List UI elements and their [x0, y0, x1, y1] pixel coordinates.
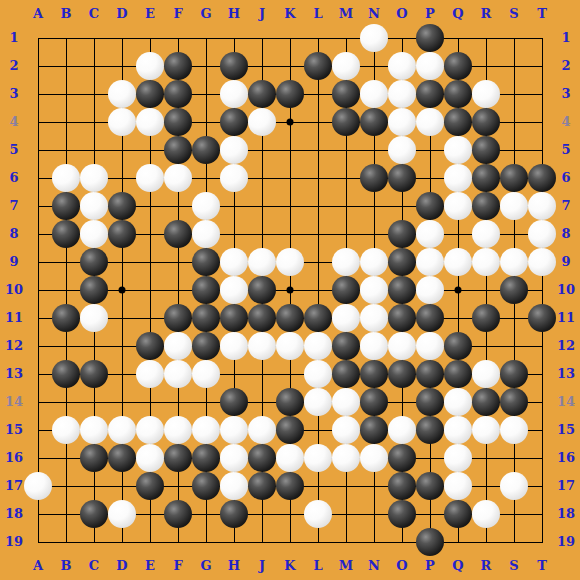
- black-stone-D8[interactable]: [108, 220, 136, 248]
- black-stone-R7[interactable]: [472, 192, 500, 220]
- black-stone-P3[interactable]: [416, 80, 444, 108]
- black-stone-K15[interactable]: [276, 416, 304, 444]
- black-stone-G9[interactable]: [192, 248, 220, 276]
- col-label-top-M: M: [335, 6, 357, 22]
- white-stone-M15[interactable]: [332, 416, 360, 444]
- white-stone-F6[interactable]: [164, 164, 192, 192]
- black-stone-K3[interactable]: [276, 80, 304, 108]
- white-stone-S15[interactable]: [500, 416, 528, 444]
- white-stone-N3[interactable]: [360, 80, 388, 108]
- row-label-right-19: 19: [555, 534, 577, 550]
- white-stone-S9[interactable]: [500, 248, 528, 276]
- white-stone-P8[interactable]: [416, 220, 444, 248]
- row-label-right-8: 8: [555, 226, 577, 242]
- row-label-left-17: 17: [3, 478, 25, 494]
- row-label-right-17: 17: [555, 478, 577, 494]
- white-stone-P12[interactable]: [416, 332, 444, 360]
- col-label-top-G: G: [195, 6, 217, 22]
- col-label-top-J: J: [251, 6, 273, 22]
- white-stone-G15[interactable]: [192, 416, 220, 444]
- white-stone-G13[interactable]: [192, 360, 220, 388]
- white-stone-O5[interactable]: [388, 136, 416, 164]
- white-stone-H12[interactable]: [220, 332, 248, 360]
- white-stone-S7[interactable]: [500, 192, 528, 220]
- white-stone-F13[interactable]: [164, 360, 192, 388]
- white-stone-G7[interactable]: [192, 192, 220, 220]
- black-stone-S13[interactable]: [500, 360, 528, 388]
- black-stone-P1[interactable]: [416, 24, 444, 52]
- white-stone-N16[interactable]: [360, 444, 388, 472]
- white-stone-L18[interactable]: [304, 500, 332, 528]
- black-stone-G17[interactable]: [192, 472, 220, 500]
- white-stone-Q16[interactable]: [444, 444, 472, 472]
- white-stone-O3[interactable]: [388, 80, 416, 108]
- black-stone-J3[interactable]: [248, 80, 276, 108]
- black-stone-T11[interactable]: [528, 304, 556, 332]
- black-stone-P11[interactable]: [416, 304, 444, 332]
- white-stone-H10[interactable]: [220, 276, 248, 304]
- black-stone-E12[interactable]: [136, 332, 164, 360]
- col-label-top-L: L: [307, 6, 329, 22]
- white-stone-H5[interactable]: [220, 136, 248, 164]
- black-stone-P19[interactable]: [416, 528, 444, 556]
- row-label-right-16: 16: [555, 450, 577, 466]
- white-stone-G8[interactable]: [192, 220, 220, 248]
- black-stone-G10[interactable]: [192, 276, 220, 304]
- white-stone-H17[interactable]: [220, 472, 248, 500]
- white-stone-T8[interactable]: [528, 220, 556, 248]
- black-stone-D16[interactable]: [108, 444, 136, 472]
- white-stone-D3[interactable]: [108, 80, 136, 108]
- white-stone-C6[interactable]: [80, 164, 108, 192]
- col-label-top-A: A: [27, 6, 49, 22]
- col-label-bottom-F: F: [167, 558, 189, 574]
- row-label-left-5: 5: [3, 142, 25, 158]
- black-stone-F18[interactable]: [164, 500, 192, 528]
- white-stone-Q9[interactable]: [444, 248, 472, 276]
- star-point-K4: [287, 119, 294, 126]
- black-stone-M3[interactable]: [332, 80, 360, 108]
- white-stone-Q6[interactable]: [444, 164, 472, 192]
- white-stone-D18[interactable]: [108, 500, 136, 528]
- black-stone-O9[interactable]: [388, 248, 416, 276]
- black-stone-G5[interactable]: [192, 136, 220, 164]
- white-stone-M11[interactable]: [332, 304, 360, 332]
- black-stone-O11[interactable]: [388, 304, 416, 332]
- row-label-right-14: 14: [555, 394, 577, 410]
- black-stone-N6[interactable]: [360, 164, 388, 192]
- white-stone-P9[interactable]: [416, 248, 444, 276]
- white-stone-F12[interactable]: [164, 332, 192, 360]
- white-stone-E6[interactable]: [136, 164, 164, 192]
- row-label-right-2: 2: [555, 58, 577, 74]
- black-stone-N14[interactable]: [360, 388, 388, 416]
- row-label-right-13: 13: [555, 366, 577, 382]
- row-label-left-19: 19: [3, 534, 25, 550]
- col-label-top-H: H: [223, 6, 245, 22]
- col-label-bottom-T: T: [531, 558, 553, 574]
- white-stone-N11[interactable]: [360, 304, 388, 332]
- black-stone-O8[interactable]: [388, 220, 416, 248]
- row-label-left-1: 1: [3, 30, 25, 46]
- white-stone-L14[interactable]: [304, 388, 332, 416]
- black-stone-K14[interactable]: [276, 388, 304, 416]
- white-stone-C15[interactable]: [80, 416, 108, 444]
- black-stone-R11[interactable]: [472, 304, 500, 332]
- white-stone-O4[interactable]: [388, 108, 416, 136]
- black-stone-B11[interactable]: [52, 304, 80, 332]
- white-stone-O15[interactable]: [388, 416, 416, 444]
- white-stone-B15[interactable]: [52, 416, 80, 444]
- col-label-bottom-E: E: [139, 558, 161, 574]
- col-label-top-P: P: [419, 6, 441, 22]
- black-stone-C10[interactable]: [80, 276, 108, 304]
- col-label-top-D: D: [111, 6, 133, 22]
- row-label-right-1: 1: [555, 30, 577, 46]
- star-point-Q10: [455, 287, 462, 294]
- black-stone-F11[interactable]: [164, 304, 192, 332]
- black-stone-O17[interactable]: [388, 472, 416, 500]
- black-stone-F8[interactable]: [164, 220, 192, 248]
- black-stone-J17[interactable]: [248, 472, 276, 500]
- black-stone-M12[interactable]: [332, 332, 360, 360]
- white-stone-H9[interactable]: [220, 248, 248, 276]
- row-label-left-10: 10: [3, 282, 25, 298]
- col-label-bottom-B: B: [55, 558, 77, 574]
- col-label-top-T: T: [531, 6, 553, 22]
- white-stone-D15[interactable]: [108, 416, 136, 444]
- black-stone-Q2[interactable]: [444, 52, 472, 80]
- col-label-top-K: K: [279, 6, 301, 22]
- black-stone-N4[interactable]: [360, 108, 388, 136]
- row-label-right-3: 3: [555, 86, 577, 102]
- white-stone-N10[interactable]: [360, 276, 388, 304]
- row-label-right-7: 7: [555, 198, 577, 214]
- row-label-right-10: 10: [555, 282, 577, 298]
- col-label-bottom-H: H: [223, 558, 245, 574]
- col-label-top-Q: Q: [447, 6, 469, 22]
- white-stone-H3[interactable]: [220, 80, 248, 108]
- star-point-K10: [287, 287, 294, 294]
- black-stone-C16[interactable]: [80, 444, 108, 472]
- row-label-left-11: 11: [3, 310, 25, 326]
- black-stone-R4[interactable]: [472, 108, 500, 136]
- col-label-top-F: F: [167, 6, 189, 22]
- white-stone-J15[interactable]: [248, 416, 276, 444]
- black-stone-J10[interactable]: [248, 276, 276, 304]
- black-stone-B13[interactable]: [52, 360, 80, 388]
- black-stone-H14[interactable]: [220, 388, 248, 416]
- col-label-top-E: E: [139, 6, 161, 22]
- col-label-top-S: S: [503, 6, 525, 22]
- black-stone-M13[interactable]: [332, 360, 360, 388]
- white-stone-Q7[interactable]: [444, 192, 472, 220]
- black-stone-G12[interactable]: [192, 332, 220, 360]
- black-stone-L11[interactable]: [304, 304, 332, 332]
- black-stone-E3[interactable]: [136, 80, 164, 108]
- row-label-right-18: 18: [555, 506, 577, 522]
- black-stone-F2[interactable]: [164, 52, 192, 80]
- black-stone-S14[interactable]: [500, 388, 528, 416]
- white-stone-E16[interactable]: [136, 444, 164, 472]
- black-stone-J16[interactable]: [248, 444, 276, 472]
- white-stone-L12[interactable]: [304, 332, 332, 360]
- white-stone-E2[interactable]: [136, 52, 164, 80]
- white-stone-R8[interactable]: [472, 220, 500, 248]
- white-stone-J12[interactable]: [248, 332, 276, 360]
- row-label-right-11: 11: [555, 310, 577, 326]
- black-stone-T6[interactable]: [528, 164, 556, 192]
- col-label-bottom-G: G: [195, 558, 217, 574]
- col-label-bottom-O: O: [391, 558, 413, 574]
- col-label-bottom-P: P: [419, 558, 441, 574]
- black-stone-S10[interactable]: [500, 276, 528, 304]
- black-stone-O6[interactable]: [388, 164, 416, 192]
- white-stone-D4[interactable]: [108, 108, 136, 136]
- row-label-left-9: 9: [3, 254, 25, 270]
- white-stone-H6[interactable]: [220, 164, 248, 192]
- white-stone-L16[interactable]: [304, 444, 332, 472]
- col-label-bottom-A: A: [27, 558, 49, 574]
- col-label-bottom-Q: Q: [447, 558, 469, 574]
- white-stone-A17[interactable]: [24, 472, 52, 500]
- white-stone-E4[interactable]: [136, 108, 164, 136]
- black-stone-B7[interactable]: [52, 192, 80, 220]
- black-stone-O13[interactable]: [388, 360, 416, 388]
- white-stone-R15[interactable]: [472, 416, 500, 444]
- black-stone-N13[interactable]: [360, 360, 388, 388]
- black-stone-M4[interactable]: [332, 108, 360, 136]
- black-stone-F16[interactable]: [164, 444, 192, 472]
- row-label-right-9: 9: [555, 254, 577, 270]
- white-stone-M9[interactable]: [332, 248, 360, 276]
- black-stone-H2[interactable]: [220, 52, 248, 80]
- row-label-left-8: 8: [3, 226, 25, 242]
- white-stone-C7[interactable]: [80, 192, 108, 220]
- white-stone-R3[interactable]: [472, 80, 500, 108]
- col-label-top-B: B: [55, 6, 77, 22]
- col-label-bottom-M: M: [335, 558, 357, 574]
- black-stone-P7[interactable]: [416, 192, 444, 220]
- black-stone-K17[interactable]: [276, 472, 304, 500]
- row-label-left-3: 3: [3, 86, 25, 102]
- black-stone-O10[interactable]: [388, 276, 416, 304]
- white-stone-R9[interactable]: [472, 248, 500, 276]
- row-label-left-15: 15: [3, 422, 25, 438]
- row-label-right-15: 15: [555, 422, 577, 438]
- col-label-bottom-L: L: [307, 558, 329, 574]
- black-stone-C18[interactable]: [80, 500, 108, 528]
- col-label-bottom-R: R: [475, 558, 497, 574]
- row-label-left-4: 4: [3, 114, 25, 130]
- col-label-top-N: N: [363, 6, 385, 22]
- black-stone-P14[interactable]: [416, 388, 444, 416]
- col-label-bottom-N: N: [363, 558, 385, 574]
- row-label-left-12: 12: [3, 338, 25, 354]
- black-stone-C13[interactable]: [80, 360, 108, 388]
- white-stone-R13[interactable]: [472, 360, 500, 388]
- white-stone-T9[interactable]: [528, 248, 556, 276]
- row-label-right-6: 6: [555, 170, 577, 186]
- black-stone-Q12[interactable]: [444, 332, 472, 360]
- white-stone-P4[interactable]: [416, 108, 444, 136]
- col-label-top-C: C: [83, 6, 105, 22]
- black-stone-L2[interactable]: [304, 52, 332, 80]
- black-stone-K11[interactable]: [276, 304, 304, 332]
- row-label-left-7: 7: [3, 198, 25, 214]
- black-stone-Q4[interactable]: [444, 108, 472, 136]
- black-stone-Q13[interactable]: [444, 360, 472, 388]
- black-stone-O18[interactable]: [388, 500, 416, 528]
- white-stone-E15[interactable]: [136, 416, 164, 444]
- white-stone-C11[interactable]: [80, 304, 108, 332]
- white-stone-M2[interactable]: [332, 52, 360, 80]
- white-stone-E13[interactable]: [136, 360, 164, 388]
- col-label-bottom-C: C: [83, 558, 105, 574]
- white-stone-Q17[interactable]: [444, 472, 472, 500]
- black-stone-H4[interactable]: [220, 108, 248, 136]
- row-label-left-2: 2: [3, 58, 25, 74]
- star-point-D10: [119, 287, 126, 294]
- col-label-bottom-K: K: [279, 558, 301, 574]
- black-stone-J11[interactable]: [248, 304, 276, 332]
- row-label-left-16: 16: [3, 450, 25, 466]
- white-stone-O2[interactable]: [388, 52, 416, 80]
- row-label-right-12: 12: [555, 338, 577, 354]
- black-stone-G16[interactable]: [192, 444, 220, 472]
- black-stone-O16[interactable]: [388, 444, 416, 472]
- row-label-right-5: 5: [555, 142, 577, 158]
- black-stone-P15[interactable]: [416, 416, 444, 444]
- black-stone-R5[interactable]: [472, 136, 500, 164]
- white-stone-N12[interactable]: [360, 332, 388, 360]
- white-stone-N1[interactable]: [360, 24, 388, 52]
- black-stone-H18[interactable]: [220, 500, 248, 528]
- white-stone-N9[interactable]: [360, 248, 388, 276]
- white-stone-F15[interactable]: [164, 416, 192, 444]
- white-stone-H15[interactable]: [220, 416, 248, 444]
- col-label-bottom-S: S: [503, 558, 525, 574]
- white-stone-C8[interactable]: [80, 220, 108, 248]
- white-stone-S17[interactable]: [500, 472, 528, 500]
- white-stone-Q14[interactable]: [444, 388, 472, 416]
- white-stone-K16[interactable]: [276, 444, 304, 472]
- white-stone-K12[interactable]: [276, 332, 304, 360]
- white-stone-K9[interactable]: [276, 248, 304, 276]
- col-label-bottom-D: D: [111, 558, 133, 574]
- white-stone-P10[interactable]: [416, 276, 444, 304]
- black-stone-N15[interactable]: [360, 416, 388, 444]
- black-stone-C9[interactable]: [80, 248, 108, 276]
- black-stone-M10[interactable]: [332, 276, 360, 304]
- col-label-bottom-J: J: [251, 558, 273, 574]
- black-stone-R14[interactable]: [472, 388, 500, 416]
- row-label-left-14: 14: [3, 394, 25, 410]
- black-stone-S6[interactable]: [500, 164, 528, 192]
- black-stone-H11[interactable]: [220, 304, 248, 332]
- black-stone-F5[interactable]: [164, 136, 192, 164]
- white-stone-Q15[interactable]: [444, 416, 472, 444]
- row-label-left-6: 6: [3, 170, 25, 186]
- col-label-top-O: O: [391, 6, 413, 22]
- black-stone-F4[interactable]: [164, 108, 192, 136]
- white-stone-T7[interactable]: [528, 192, 556, 220]
- col-label-top-R: R: [475, 6, 497, 22]
- white-stone-L13[interactable]: [304, 360, 332, 388]
- black-stone-R6[interactable]: [472, 164, 500, 192]
- row-label-left-18: 18: [3, 506, 25, 522]
- row-label-right-4: 4: [555, 114, 577, 130]
- white-stone-M14[interactable]: [332, 388, 360, 416]
- white-stone-H16[interactable]: [220, 444, 248, 472]
- white-stone-B6[interactable]: [52, 164, 80, 192]
- black-stone-B8[interactable]: [52, 220, 80, 248]
- black-stone-P13[interactable]: [416, 360, 444, 388]
- white-stone-J4[interactable]: [248, 108, 276, 136]
- white-stone-Q5[interactable]: [444, 136, 472, 164]
- black-stone-E17[interactable]: [136, 472, 164, 500]
- white-stone-R18[interactable]: [472, 500, 500, 528]
- white-stone-O12[interactable]: [388, 332, 416, 360]
- black-stone-G11[interactable]: [192, 304, 220, 332]
- black-stone-P17[interactable]: [416, 472, 444, 500]
- go-board[interactable]: AABBCCDDEEFFGGHHJJKKLLMMNNOOPPQQRRSSTT11…: [0, 0, 580, 580]
- white-stone-M16[interactable]: [332, 444, 360, 472]
- black-stone-F3[interactable]: [164, 80, 192, 108]
- white-stone-J9[interactable]: [248, 248, 276, 276]
- row-label-left-13: 13: [3, 366, 25, 382]
- black-stone-D7[interactable]: [108, 192, 136, 220]
- black-stone-Q3[interactable]: [444, 80, 472, 108]
- white-stone-P2[interactable]: [416, 52, 444, 80]
- black-stone-Q18[interactable]: [444, 500, 472, 528]
